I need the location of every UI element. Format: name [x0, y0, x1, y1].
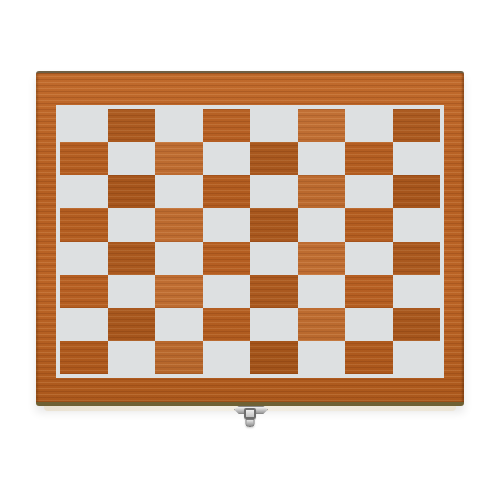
square-a1: [60, 341, 108, 374]
chess-board: [56, 105, 444, 378]
square-d7: [203, 142, 251, 175]
square-e6: [250, 175, 298, 208]
square-d1: [203, 341, 251, 374]
square-h2: [393, 308, 441, 341]
square-d4: [203, 242, 251, 275]
square-b4: [108, 242, 156, 275]
square-a7: [60, 142, 108, 175]
metal-clasp: [232, 405, 268, 427]
square-f6: [298, 175, 346, 208]
square-e5: [250, 208, 298, 241]
square-g3: [345, 275, 393, 308]
square-e2: [250, 308, 298, 341]
square-e4: [250, 242, 298, 275]
square-h6: [393, 175, 441, 208]
square-g6: [345, 175, 393, 208]
square-f5: [298, 208, 346, 241]
square-c2: [155, 308, 203, 341]
square-d2: [203, 308, 251, 341]
square-c8: [155, 109, 203, 142]
square-b8: [108, 109, 156, 142]
square-a4: [60, 242, 108, 275]
square-a2: [60, 308, 108, 341]
square-b7: [108, 142, 156, 175]
square-f3: [298, 275, 346, 308]
square-e8: [250, 109, 298, 142]
square-b2: [108, 308, 156, 341]
square-b1: [108, 341, 156, 374]
square-c5: [155, 208, 203, 241]
square-b5: [108, 208, 156, 241]
square-c7: [155, 142, 203, 175]
square-f4: [298, 242, 346, 275]
square-b3: [108, 275, 156, 308]
square-d6: [203, 175, 251, 208]
square-b6: [108, 175, 156, 208]
square-h8: [393, 109, 441, 142]
square-f8: [298, 109, 346, 142]
square-g5: [345, 208, 393, 241]
square-d8: [203, 109, 251, 142]
square-h7: [393, 142, 441, 175]
square-c3: [155, 275, 203, 308]
square-d3: [203, 275, 251, 308]
square-c6: [155, 175, 203, 208]
square-g2: [345, 308, 393, 341]
square-e1: [250, 341, 298, 374]
square-h4: [393, 242, 441, 275]
square-g7: [345, 142, 393, 175]
square-a6: [60, 175, 108, 208]
square-e7: [250, 142, 298, 175]
square-g1: [345, 341, 393, 374]
square-f2: [298, 308, 346, 341]
clasp-buckle: [244, 408, 256, 419]
square-d5: [203, 208, 251, 241]
square-a3: [60, 275, 108, 308]
square-f1: [298, 341, 346, 374]
square-f7: [298, 142, 346, 175]
square-h5: [393, 208, 441, 241]
square-g4: [345, 242, 393, 275]
square-e3: [250, 275, 298, 308]
square-g8: [345, 109, 393, 142]
chess-box-lid: [36, 71, 464, 406]
product-photo: [0, 0, 500, 500]
square-h1: [393, 341, 441, 374]
square-c1: [155, 341, 203, 374]
clasp-knob: [246, 419, 255, 427]
square-a5: [60, 208, 108, 241]
square-a8: [60, 109, 108, 142]
square-h3: [393, 275, 441, 308]
square-c4: [155, 242, 203, 275]
